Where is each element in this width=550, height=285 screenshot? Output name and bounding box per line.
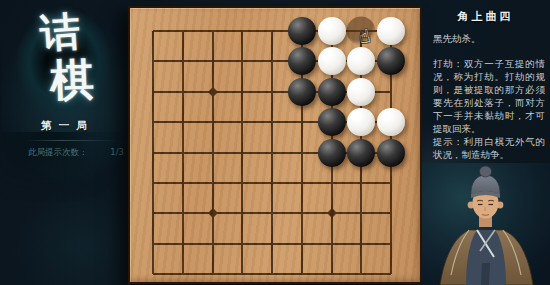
character-portrait xyxy=(422,163,550,285)
hint-counter-label: 此局提示次数： xyxy=(28,147,88,159)
black-stone xyxy=(288,78,316,106)
white-stone xyxy=(377,108,405,136)
black-stone xyxy=(318,108,346,136)
black-stone xyxy=(347,139,375,167)
logo-char-qi: 棋 xyxy=(49,57,95,103)
star-point xyxy=(208,208,218,218)
star-point xyxy=(208,87,218,97)
puzzle-objective: 黑先劫杀。 xyxy=(433,32,544,45)
white-stone xyxy=(318,17,346,45)
puzzle-screen: 诘 棋 第一局 此局提示次数： 1/3 ☝ 角上曲四 黑先劫杀。 打劫：双方一子… xyxy=(0,0,550,285)
sidebar-divider xyxy=(24,140,118,141)
rule-explanation: 打劫：双方一子互提的情况，称为打劫。打劫的规则，是被提取的那方必须要先在别处落子… xyxy=(433,57,545,135)
white-stone xyxy=(318,47,346,75)
white-stone xyxy=(377,17,405,45)
black-stone xyxy=(318,139,346,167)
info-panel: 角上曲四 黑先劫杀。 打劫：双方一子互提的情况，称为打劫。打劫的规则，是被提取的… xyxy=(422,0,550,285)
grid-line-horizontal xyxy=(153,243,391,245)
grid-line-horizontal xyxy=(153,212,391,214)
round-label: 第一局 xyxy=(0,119,128,133)
hint-text: 提示：利用白棋无外气的状况，制造劫争。 xyxy=(433,135,545,161)
white-stone xyxy=(347,78,375,106)
white-stone xyxy=(347,108,375,136)
hint-counter: 此局提示次数： 1/3 xyxy=(28,147,124,159)
sidebar: 诘 棋 第一局 此局提示次数： 1/3 xyxy=(0,0,128,285)
logo-char-jie: 诘 xyxy=(39,11,82,54)
puzzle-title: 角上曲四 xyxy=(424,9,544,24)
black-stone xyxy=(377,47,405,75)
hint-counter-value: 1/3 xyxy=(110,147,124,159)
black-stone xyxy=(318,78,346,106)
black-stone xyxy=(288,47,316,75)
black-stone xyxy=(288,17,316,45)
board-grid[interactable]: ☝ xyxy=(153,31,391,274)
go-board: ☝ xyxy=(128,6,422,284)
grid-line-horizontal xyxy=(153,182,391,184)
star-point xyxy=(327,208,337,218)
grid-line-horizontal xyxy=(153,273,391,275)
black-stone xyxy=(377,139,405,167)
white-stone xyxy=(347,47,375,75)
